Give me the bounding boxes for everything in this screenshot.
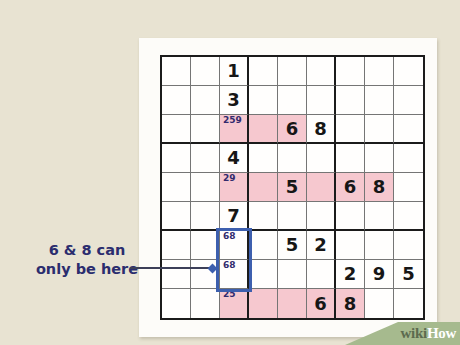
cell-r1c4[interactable]	[249, 57, 278, 86]
sudoku-board: 132596842956876852682952568	[160, 55, 425, 320]
cell-r8c4[interactable]	[249, 260, 278, 289]
cell-r3c5[interactable]: 6	[278, 115, 307, 144]
cell-r8c1[interactable]	[162, 260, 191, 289]
cell-r5c7[interactable]: 6	[336, 173, 365, 202]
annotation-line-1: 6 & 8 can	[32, 241, 142, 260]
annotation-arrow	[130, 267, 212, 269]
cell-r7c1[interactable]	[162, 231, 191, 260]
cell-r7c5[interactable]: 5	[278, 231, 307, 260]
cell-r6c7[interactable]	[336, 202, 365, 231]
cell-r6c1[interactable]	[162, 202, 191, 231]
cell-r6c5[interactable]	[278, 202, 307, 231]
cell-r2c4[interactable]	[249, 86, 278, 115]
cell-r2c2[interactable]	[191, 86, 220, 115]
cell-r2c1[interactable]	[162, 86, 191, 115]
cell-r5c3[interactable]: 29	[220, 173, 249, 202]
cell-r4c8[interactable]	[365, 144, 394, 173]
pencil-marks: 29	[223, 174, 236, 184]
cell-r8c8[interactable]: 9	[365, 260, 394, 289]
cell-r3c7[interactable]	[336, 115, 365, 144]
cell-r7c8[interactable]	[365, 231, 394, 260]
cell-r9c8[interactable]	[365, 289, 394, 318]
candidate-highlight-box	[216, 228, 252, 292]
given-digit: 7	[227, 207, 240, 225]
given-digit: 8	[314, 120, 327, 138]
annotation-text: 6 & 8 can only be here	[32, 241, 142, 279]
cell-r1c8[interactable]	[365, 57, 394, 86]
cell-r8c5[interactable]	[278, 260, 307, 289]
cell-r3c9[interactable]	[394, 115, 423, 144]
cell-r8c7[interactable]: 2	[336, 260, 365, 289]
cell-r5c6[interactable]	[307, 173, 336, 202]
cell-r6c3[interactable]: 7	[220, 202, 249, 231]
cell-r5c1[interactable]	[162, 173, 191, 202]
cell-r4c7[interactable]	[336, 144, 365, 173]
cell-r1c1[interactable]	[162, 57, 191, 86]
cell-r5c9[interactable]	[394, 173, 423, 202]
cell-r8c6[interactable]	[307, 260, 336, 289]
cell-r4c5[interactable]	[278, 144, 307, 173]
given-digit: 5	[402, 265, 415, 283]
cell-r4c4[interactable]	[249, 144, 278, 173]
cell-r6c8[interactable]	[365, 202, 394, 231]
cell-r5c2[interactable]	[191, 173, 220, 202]
cell-r7c9[interactable]	[394, 231, 423, 260]
given-digit: 1	[227, 62, 240, 80]
cell-r1c9[interactable]	[394, 57, 423, 86]
given-digit: 3	[227, 91, 240, 109]
cell-r3c1[interactable]	[162, 115, 191, 144]
given-digit: 4	[227, 149, 240, 167]
illustration-canvas: 132596842956876852682952568 6 & 8 can on…	[0, 0, 460, 345]
cell-r3c3[interactable]: 259	[220, 115, 249, 144]
cell-r4c6[interactable]	[307, 144, 336, 173]
given-digit: 6	[286, 120, 299, 138]
given-digit: 8	[344, 295, 357, 313]
cell-r5c8[interactable]: 8	[365, 173, 394, 202]
cell-r1c2[interactable]	[191, 57, 220, 86]
cell-r9c5[interactable]	[278, 289, 307, 318]
cell-r4c1[interactable]	[162, 144, 191, 173]
cell-r3c6[interactable]: 8	[307, 115, 336, 144]
cell-r7c7[interactable]	[336, 231, 365, 260]
cell-r2c6[interactable]	[307, 86, 336, 115]
cell-r9c3[interactable]: 25	[220, 289, 249, 318]
cell-r1c5[interactable]	[278, 57, 307, 86]
cell-r9c6[interactable]: 6	[307, 289, 336, 318]
given-digit: 5	[286, 236, 299, 254]
cell-r9c4[interactable]	[249, 289, 278, 318]
annotation-line-2: only be here	[32, 260, 142, 279]
cell-r2c8[interactable]	[365, 86, 394, 115]
cell-r4c2[interactable]	[191, 144, 220, 173]
cell-r6c4[interactable]	[249, 202, 278, 231]
cell-r9c2[interactable]	[191, 289, 220, 318]
cell-r3c4[interactable]	[249, 115, 278, 144]
cell-r2c9[interactable]	[394, 86, 423, 115]
cell-r1c6[interactable]	[307, 57, 336, 86]
cell-r6c6[interactable]	[307, 202, 336, 231]
cell-r6c2[interactable]	[191, 202, 220, 231]
given-digit: 2	[314, 236, 327, 254]
wikihow-logo-how: How	[427, 325, 456, 342]
given-digit: 5	[286, 178, 299, 196]
cell-r2c3[interactable]: 3	[220, 86, 249, 115]
cell-r1c7[interactable]	[336, 57, 365, 86]
cell-r5c4[interactable]	[249, 173, 278, 202]
wikihow-logo-wiki: wiki	[401, 325, 427, 342]
given-digit: 6	[314, 295, 327, 313]
cell-r7c4[interactable]	[249, 231, 278, 260]
cell-r2c7[interactable]	[336, 86, 365, 115]
cell-r4c3[interactable]: 4	[220, 144, 249, 173]
cell-r2c5[interactable]	[278, 86, 307, 115]
cell-r9c1[interactable]	[162, 289, 191, 318]
given-digit: 6	[344, 178, 357, 196]
cell-r9c7[interactable]: 8	[336, 289, 365, 318]
given-digit: 2	[344, 265, 357, 283]
pencil-marks: 259	[223, 116, 242, 126]
cell-r9c9[interactable]	[394, 289, 423, 318]
cell-r3c8[interactable]	[365, 115, 394, 144]
given-digit: 9	[373, 265, 386, 283]
cell-r3c2[interactable]	[191, 115, 220, 144]
given-digit: 8	[373, 178, 386, 196]
cell-r6c9[interactable]	[394, 202, 423, 231]
cell-r8c9[interactable]: 5	[394, 260, 423, 289]
cell-r5c5[interactable]: 5	[278, 173, 307, 202]
cell-r7c6[interactable]: 2	[307, 231, 336, 260]
cell-r1c3[interactable]: 1	[220, 57, 249, 86]
cell-r4c9[interactable]	[394, 144, 423, 173]
